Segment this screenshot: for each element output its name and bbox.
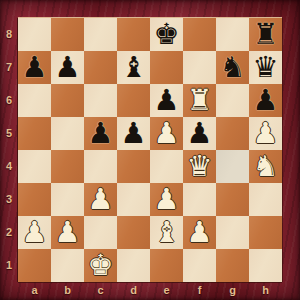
square-g4[interactable] [216, 150, 249, 183]
square-a2[interactable]: ♟ [18, 216, 51, 249]
rank-label-7: 7 [0, 51, 18, 84]
rank-label-8: 8 [0, 18, 18, 51]
square-c5[interactable]: ♟ [84, 117, 117, 150]
rank-labels: 87654321 [0, 18, 18, 282]
square-h7[interactable]: ♛ [249, 51, 282, 84]
square-d2[interactable] [117, 216, 150, 249]
square-g2[interactable] [216, 216, 249, 249]
piece-black-queen[interactable]: ♛ [253, 51, 279, 84]
square-e4[interactable] [150, 150, 183, 183]
square-c1[interactable]: ♚ [84, 249, 117, 282]
square-d8[interactable] [117, 18, 150, 51]
square-g1[interactable] [216, 249, 249, 282]
square-d3[interactable] [117, 183, 150, 216]
square-a1[interactable] [18, 249, 51, 282]
rank-label-6: 6 [0, 84, 18, 117]
square-e3[interactable]: ♟ [150, 183, 183, 216]
piece-black-pawn[interactable]: ♟ [121, 117, 147, 150]
square-c3[interactable]: ♟ [84, 183, 117, 216]
rank-label-3: 3 [0, 183, 18, 216]
piece-white-pawn[interactable]: ♟ [187, 216, 213, 249]
piece-white-bishop[interactable]: ♝ [154, 216, 180, 249]
square-g8[interactable] [216, 18, 249, 51]
square-f6[interactable]: ♜ [183, 84, 216, 117]
square-f7[interactable] [183, 51, 216, 84]
square-h1[interactable] [249, 249, 282, 282]
chess-app: 87654321 abcdefgh ♚♜♟♟♝♞♛♟♜♟♟♟♟♟♟♛♞♟♟♟♟♝… [0, 0, 300, 300]
square-e8[interactable]: ♚ [150, 18, 183, 51]
square-a5[interactable] [18, 117, 51, 150]
piece-white-pawn[interactable]: ♟ [88, 183, 114, 216]
file-label-h: h [249, 282, 282, 300]
square-h3[interactable] [249, 183, 282, 216]
square-g5[interactable] [216, 117, 249, 150]
piece-white-pawn[interactable]: ♟ [253, 117, 279, 150]
square-f3[interactable] [183, 183, 216, 216]
square-c4[interactable] [84, 150, 117, 183]
square-e1[interactable] [150, 249, 183, 282]
rank-label-4: 4 [0, 150, 18, 183]
square-b8[interactable] [51, 18, 84, 51]
square-d6[interactable] [117, 84, 150, 117]
square-d4[interactable] [117, 150, 150, 183]
piece-black-bishop[interactable]: ♝ [121, 51, 147, 84]
rank-label-2: 2 [0, 216, 18, 249]
square-b1[interactable] [51, 249, 84, 282]
file-label-g: g [216, 282, 249, 300]
piece-black-king[interactable]: ♚ [154, 18, 180, 51]
piece-white-pawn[interactable]: ♟ [22, 216, 48, 249]
chess-board: ♚♜♟♟♝♞♛♟♜♟♟♟♟♟♟♛♞♟♟♟♟♝♟♚ [18, 18, 282, 282]
piece-black-pawn[interactable]: ♟ [55, 51, 81, 84]
piece-white-rook[interactable]: ♜ [187, 84, 213, 117]
piece-white-king[interactable]: ♚ [88, 249, 114, 282]
square-c2[interactable] [84, 216, 117, 249]
square-h8[interactable]: ♜ [249, 18, 282, 51]
square-a7[interactable]: ♟ [18, 51, 51, 84]
square-d5[interactable]: ♟ [117, 117, 150, 150]
file-label-b: b [51, 282, 84, 300]
square-h2[interactable] [249, 216, 282, 249]
file-label-c: c [84, 282, 117, 300]
piece-black-pawn[interactable]: ♟ [88, 117, 114, 150]
square-e6[interactable]: ♟ [150, 84, 183, 117]
square-h6[interactable]: ♟ [249, 84, 282, 117]
square-c6[interactable] [84, 84, 117, 117]
square-h4[interactable]: ♞ [249, 150, 282, 183]
piece-white-pawn[interactable]: ♟ [154, 117, 180, 150]
square-b2[interactable]: ♟ [51, 216, 84, 249]
piece-white-pawn[interactable]: ♟ [154, 183, 180, 216]
square-e2[interactable]: ♝ [150, 216, 183, 249]
piece-white-pawn[interactable]: ♟ [55, 216, 81, 249]
square-e5[interactable]: ♟ [150, 117, 183, 150]
square-b5[interactable] [51, 117, 84, 150]
piece-black-pawn[interactable]: ♟ [253, 84, 279, 117]
square-d1[interactable] [117, 249, 150, 282]
piece-black-knight[interactable]: ♞ [220, 51, 246, 84]
rank-label-5: 5 [0, 117, 18, 150]
file-label-f: f [183, 282, 216, 300]
square-h5[interactable]: ♟ [249, 117, 282, 150]
file-labels: abcdefgh [18, 282, 282, 300]
square-c7[interactable] [84, 51, 117, 84]
square-g7[interactable]: ♞ [216, 51, 249, 84]
square-b6[interactable] [51, 84, 84, 117]
square-b4[interactable] [51, 150, 84, 183]
square-f1[interactable] [183, 249, 216, 282]
square-e7[interactable] [150, 51, 183, 84]
piece-black-rook[interactable]: ♜ [253, 18, 279, 51]
piece-black-pawn[interactable]: ♟ [154, 84, 180, 117]
square-g3[interactable] [216, 183, 249, 216]
piece-black-pawn[interactable]: ♟ [22, 51, 48, 84]
square-c8[interactable] [84, 18, 117, 51]
piece-white-queen[interactable]: ♛ [187, 150, 213, 183]
piece-white-knight[interactable]: ♞ [253, 150, 279, 183]
square-f2[interactable]: ♟ [183, 216, 216, 249]
rank-label-1: 1 [0, 249, 18, 282]
square-b3[interactable] [51, 183, 84, 216]
file-label-d: d [117, 282, 150, 300]
file-label-e: e [150, 282, 183, 300]
file-label-a: a [18, 282, 51, 300]
square-b7[interactable]: ♟ [51, 51, 84, 84]
square-a3[interactable] [18, 183, 51, 216]
square-f5[interactable]: ♟ [183, 117, 216, 150]
square-a6[interactable] [18, 84, 51, 117]
square-f8[interactable] [183, 18, 216, 51]
square-f4[interactable]: ♛ [183, 150, 216, 183]
square-g6[interactable] [216, 84, 249, 117]
square-d7[interactable]: ♝ [117, 51, 150, 84]
square-a4[interactable] [18, 150, 51, 183]
square-a8[interactable] [18, 18, 51, 51]
piece-black-pawn[interactable]: ♟ [187, 117, 213, 150]
